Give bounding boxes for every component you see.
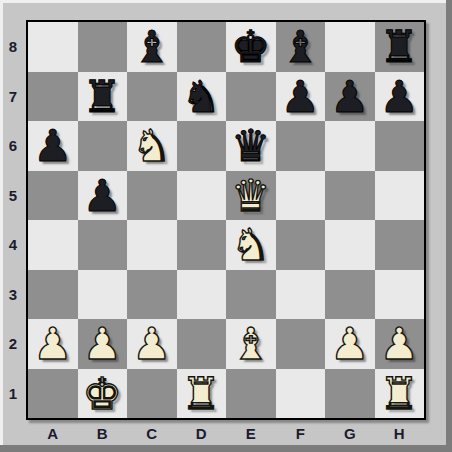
square-c1[interactable] bbox=[127, 369, 177, 419]
square-b6[interactable] bbox=[78, 121, 128, 171]
black-bishop-c8[interactable]: ♝ bbox=[132, 22, 171, 71]
square-a6[interactable]: ♟ bbox=[28, 121, 78, 171]
square-g7[interactable]: ♟ bbox=[325, 72, 375, 122]
white-rook-h1[interactable]: ♜ bbox=[380, 369, 419, 418]
black-knight-d7[interactable]: ♞ bbox=[182, 72, 221, 121]
square-a2[interactable]: ♟ bbox=[28, 319, 78, 369]
square-g3[interactable] bbox=[325, 270, 375, 320]
square-c4[interactable] bbox=[127, 220, 177, 270]
white-pawn-b2[interactable]: ♟ bbox=[83, 319, 122, 368]
black-pawn-f7[interactable]: ♟ bbox=[281, 72, 320, 121]
square-b7[interactable]: ♜ bbox=[78, 72, 128, 122]
square-e4[interactable]: ♞ bbox=[226, 220, 276, 270]
white-pawn-h2[interactable]: ♟ bbox=[380, 319, 419, 368]
rank-label-7: 7 bbox=[0, 72, 26, 122]
square-d8[interactable] bbox=[177, 22, 227, 72]
square-g5[interactable] bbox=[325, 171, 375, 221]
white-pawn-g2[interactable]: ♟ bbox=[330, 319, 369, 368]
square-d2[interactable] bbox=[177, 319, 227, 369]
square-e5[interactable]: ♛ bbox=[226, 171, 276, 221]
rank-label-1: 1 bbox=[0, 369, 26, 419]
black-rook-h8[interactable]: ♜ bbox=[380, 22, 419, 71]
rank-label-4: 4 bbox=[0, 220, 26, 270]
square-c7[interactable] bbox=[127, 72, 177, 122]
square-h5[interactable] bbox=[375, 171, 425, 221]
black-pawn-h7[interactable]: ♟ bbox=[380, 72, 419, 121]
square-a1[interactable] bbox=[28, 369, 78, 419]
square-g8[interactable] bbox=[325, 22, 375, 72]
rank-label-3: 3 bbox=[0, 270, 26, 320]
square-e6[interactable]: ♛ bbox=[226, 121, 276, 171]
file-label-f: F bbox=[276, 420, 326, 446]
square-e7[interactable] bbox=[226, 72, 276, 122]
square-h2[interactable]: ♟ bbox=[375, 319, 425, 369]
square-a7[interactable] bbox=[28, 72, 78, 122]
square-a8[interactable] bbox=[28, 22, 78, 72]
file-label-b: B bbox=[78, 420, 128, 446]
board-frame: ♝♚♝♜♜♞♟♟♟♟♞♛♟♛♞♟♟♟♝♟♟♚♜♜ bbox=[26, 20, 426, 420]
square-g1[interactable] bbox=[325, 369, 375, 419]
square-f4[interactable] bbox=[276, 220, 326, 270]
square-e8[interactable]: ♚ bbox=[226, 22, 276, 72]
square-c2[interactable]: ♟ bbox=[127, 319, 177, 369]
black-rook-b7[interactable]: ♜ bbox=[83, 72, 122, 121]
chess-diagram-panel: 87654321 ♝♚♝♜♜♞♟♟♟♟♞♛♟♛♞♟♟♟♝♟♟♚♜♜ ABCDEF… bbox=[0, 0, 452, 452]
white-rook-d1[interactable]: ♜ bbox=[182, 369, 221, 418]
panel-shadow-bottom bbox=[0, 445, 452, 452]
file-label-h: H bbox=[375, 420, 425, 446]
square-g2[interactable]: ♟ bbox=[325, 319, 375, 369]
rank-label-6: 6 bbox=[0, 121, 26, 171]
square-f3[interactable] bbox=[276, 270, 326, 320]
rank-label-8: 8 bbox=[0, 22, 26, 72]
rank-label-5: 5 bbox=[0, 171, 26, 221]
chess-board: ♝♚♝♜♜♞♟♟♟♟♞♛♟♛♞♟♟♟♝♟♟♚♜♜ bbox=[28, 22, 424, 418]
square-e1[interactable] bbox=[226, 369, 276, 419]
square-h1[interactable]: ♜ bbox=[375, 369, 425, 419]
square-h3[interactable] bbox=[375, 270, 425, 320]
white-queen-e5[interactable]: ♛ bbox=[231, 171, 270, 220]
square-f7[interactable]: ♟ bbox=[276, 72, 326, 122]
black-pawn-b5[interactable]: ♟ bbox=[83, 171, 122, 220]
square-d4[interactable] bbox=[177, 220, 227, 270]
square-f8[interactable]: ♝ bbox=[276, 22, 326, 72]
square-f2[interactable] bbox=[276, 319, 326, 369]
square-d3[interactable] bbox=[177, 270, 227, 320]
panel-shadow-right bbox=[446, 0, 452, 452]
square-b4[interactable] bbox=[78, 220, 128, 270]
white-knight-c6[interactable]: ♞ bbox=[132, 121, 171, 170]
square-b3[interactable] bbox=[78, 270, 128, 320]
square-a5[interactable] bbox=[28, 171, 78, 221]
file-label-e: E bbox=[226, 420, 276, 446]
black-bishop-f8[interactable]: ♝ bbox=[281, 22, 320, 71]
square-c8[interactable]: ♝ bbox=[127, 22, 177, 72]
square-c3[interactable] bbox=[127, 270, 177, 320]
file-labels: ABCDEFGH bbox=[28, 420, 424, 446]
file-label-g: G bbox=[325, 420, 375, 446]
square-h8[interactable]: ♜ bbox=[375, 22, 425, 72]
square-a3[interactable] bbox=[28, 270, 78, 320]
file-label-a: A bbox=[28, 420, 78, 446]
white-pawn-a2[interactable]: ♟ bbox=[33, 319, 72, 368]
square-b2[interactable]: ♟ bbox=[78, 319, 128, 369]
square-b8[interactable] bbox=[78, 22, 128, 72]
square-g6[interactable] bbox=[325, 121, 375, 171]
file-label-d: D bbox=[177, 420, 227, 446]
square-h6[interactable] bbox=[375, 121, 425, 171]
white-bishop-e2[interactable]: ♝ bbox=[231, 319, 270, 368]
file-label-c: C bbox=[127, 420, 177, 446]
square-c5[interactable] bbox=[127, 171, 177, 221]
panel-highlight-top bbox=[0, 0, 452, 3]
black-king-e8[interactable]: ♚ bbox=[231, 22, 270, 71]
square-h4[interactable] bbox=[375, 220, 425, 270]
square-b1[interactable]: ♚ bbox=[78, 369, 128, 419]
rank-label-2: 2 bbox=[0, 319, 26, 369]
square-b5[interactable]: ♟ bbox=[78, 171, 128, 221]
square-d7[interactable]: ♞ bbox=[177, 72, 227, 122]
white-knight-e4[interactable]: ♞ bbox=[231, 220, 270, 269]
black-queen-e6[interactable]: ♛ bbox=[231, 121, 270, 170]
rank-labels: 87654321 bbox=[0, 22, 26, 418]
black-pawn-a6[interactable]: ♟ bbox=[33, 121, 72, 170]
square-e3[interactable] bbox=[226, 270, 276, 320]
square-g4[interactable] bbox=[325, 220, 375, 270]
square-d6[interactable] bbox=[177, 121, 227, 171]
square-e2[interactable]: ♝ bbox=[226, 319, 276, 369]
square-d1[interactable]: ♜ bbox=[177, 369, 227, 419]
square-f1[interactable] bbox=[276, 369, 326, 419]
square-c6[interactable]: ♞ bbox=[127, 121, 177, 171]
square-h7[interactable]: ♟ bbox=[375, 72, 425, 122]
white-pawn-c2[interactable]: ♟ bbox=[132, 319, 171, 368]
white-king-b1[interactable]: ♚ bbox=[83, 369, 122, 418]
square-d5[interactable] bbox=[177, 171, 227, 221]
black-pawn-g7[interactable]: ♟ bbox=[330, 72, 369, 121]
square-f5[interactable] bbox=[276, 171, 326, 221]
square-a4[interactable] bbox=[28, 220, 78, 270]
square-f6[interactable] bbox=[276, 121, 326, 171]
